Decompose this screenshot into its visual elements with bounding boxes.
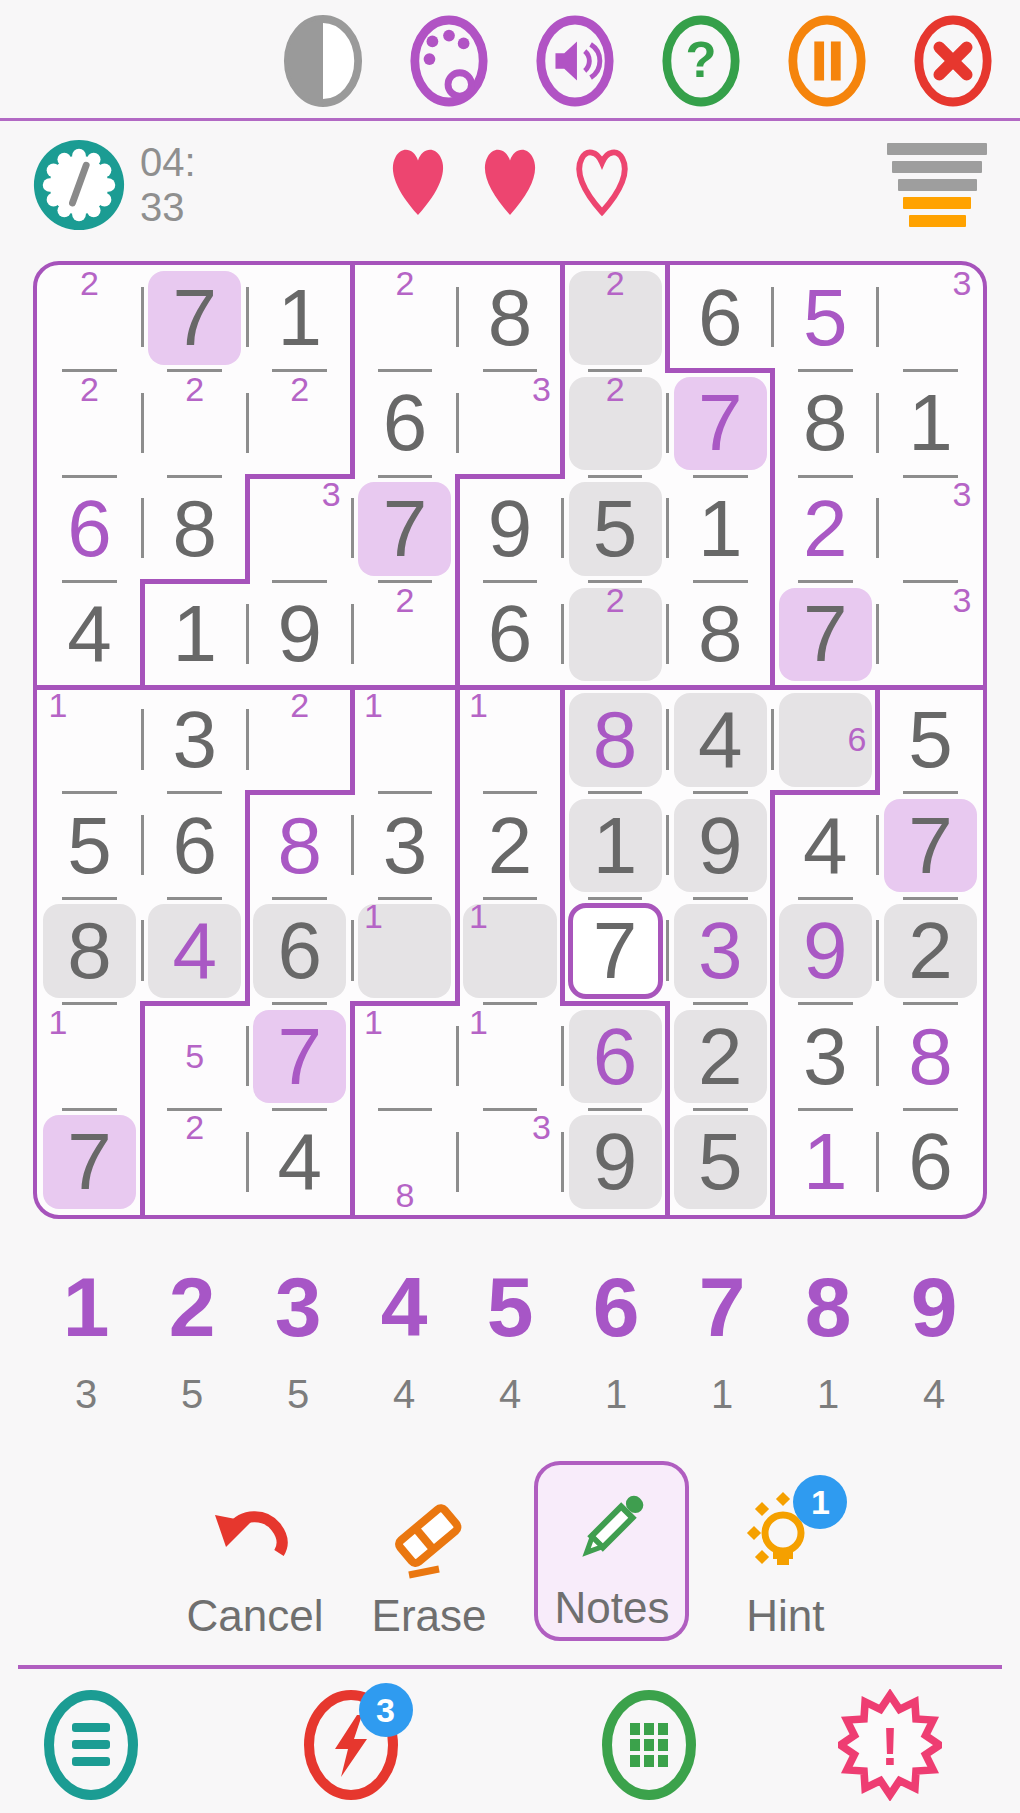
cell-r6c6[interactable]: 1 [563, 793, 668, 899]
region-border-right [875, 685, 880, 796]
status-bar: 04: 33 [0, 121, 1020, 247]
numpad-remaining-7: 1 [669, 1372, 775, 1417]
contrast-icon[interactable] [282, 13, 364, 109]
cell-r8c1[interactable]: 1 [37, 1004, 142, 1110]
numpad-remaining-4: 4 [351, 1372, 457, 1417]
svg-text:?: ? [685, 31, 716, 88]
toolbar: ? [0, 0, 1020, 118]
cell-r3c9[interactable]: 3 [878, 476, 983, 582]
cell-r6c7[interactable]: 9 [668, 793, 773, 899]
timer-seconds: 33 [140, 185, 196, 230]
grid-icon [597, 1689, 701, 1801]
cell-digit: 5 [773, 265, 878, 371]
cell-separator-right [456, 1026, 459, 1086]
cell-digit: 1 [878, 371, 983, 477]
region-border-right [350, 1001, 355, 1112]
cell-digit: 5 [563, 476, 668, 582]
cell-r9c5[interactable]: 3 [457, 1109, 562, 1215]
cell-note: 2 [598, 372, 632, 407]
cell-digit: 7 [142, 265, 247, 371]
region-border-bottom [140, 579, 250, 584]
cell-note: 3 [945, 477, 979, 512]
region-border-right [665, 1107, 670, 1218]
region-border-right [140, 1107, 145, 1218]
erase-button[interactable]: Erase [372, 1487, 487, 1641]
cell-r4c3[interactable]: 9 [247, 582, 352, 688]
cell-r9c8[interactable]: 1 [773, 1109, 878, 1215]
region-border-right [350, 685, 355, 796]
cell-r7c6[interactable]: 7 [563, 898, 668, 1004]
cell-digit: 3 [352, 793, 457, 899]
region-border-bottom [350, 685, 460, 690]
number-pad: 123456789 [33, 1259, 987, 1356]
cell-note: 3 [525, 372, 559, 407]
cell-r1c8[interactable]: 5 [773, 265, 878, 371]
region-border-bottom [350, 1001, 460, 1006]
cell-note: 2 [178, 1110, 212, 1145]
cell-r3c7[interactable]: 1 [668, 476, 773, 582]
cell-r1c4[interactable]: 2 [352, 265, 457, 371]
cell-r7c9[interactable]: 2 [878, 898, 983, 1004]
numpad-digit-5[interactable]: 5 [457, 1259, 563, 1356]
region-border-bottom [560, 1001, 670, 1006]
numpad-digit-8[interactable]: 8 [775, 1259, 881, 1356]
region-border-right [560, 368, 565, 479]
cell-digit: 3 [773, 1004, 878, 1110]
cell-digit: 8 [773, 371, 878, 477]
cell-separator-right [246, 393, 249, 453]
region-border-right [665, 263, 670, 374]
cell-note: 2 [283, 372, 317, 407]
region-border-right [455, 790, 460, 901]
palette-icon[interactable] [408, 13, 490, 109]
difficulty-bar-3 [898, 179, 977, 191]
cell-digit: 8 [563, 687, 668, 793]
cell-note: 8 [388, 1178, 422, 1213]
cell-r8c3[interactable]: 7 [247, 1004, 352, 1110]
cell-r5c1[interactable]: 1 [37, 687, 142, 793]
region-border-right [770, 368, 775, 479]
cell-r8c7[interactable]: 2 [668, 1004, 773, 1110]
region-border-bottom [770, 790, 880, 795]
cell-r1c7[interactable]: 6 [668, 265, 773, 371]
cell-digit: 7 [247, 1004, 352, 1110]
region-border-bottom [770, 685, 880, 690]
eraser-icon [381, 1487, 477, 1583]
cell-note: 3 [525, 1110, 559, 1145]
cell-note: 1 [462, 1005, 496, 1040]
timer-text: 04: 33 [140, 140, 196, 230]
cell-r7c8[interactable]: 9 [773, 898, 878, 1004]
cell-digit: 9 [773, 898, 878, 1004]
cell-digit: 8 [142, 476, 247, 582]
cell-r4c7[interactable]: 8 [668, 582, 773, 688]
cell-digit: 7 [668, 371, 773, 477]
notes-label: Notes [554, 1583, 669, 1633]
life-heart-filled [477, 137, 543, 223]
cell-note: 1 [41, 688, 75, 723]
cell-digit: 7 [563, 898, 668, 1004]
numpad-remaining-9: 4 [881, 1372, 987, 1417]
cell-r3c1[interactable]: 6 [37, 476, 142, 582]
region-border-right [770, 474, 775, 585]
cell-r1c2[interactable]: 7 [142, 265, 247, 371]
cell-r4c8[interactable]: 7 [773, 582, 878, 688]
numpad-remaining-3: 5 [245, 1372, 351, 1417]
region-border-bottom [560, 685, 670, 690]
cell-digit: 3 [668, 898, 773, 1004]
cell-r4c4[interactable]: 2 [352, 582, 457, 688]
cell-r6c1[interactable]: 5 [37, 793, 142, 899]
region-border-bottom [245, 474, 355, 479]
cell-digit: 6 [668, 265, 773, 371]
region-border-right [560, 263, 565, 374]
numpad-digit-4[interactable]: 4 [351, 1259, 457, 1356]
difficulty-bar-5 [909, 215, 966, 227]
cell-separator-bottom [378, 1108, 433, 1111]
new-grid-label: New Grid [553, 1809, 745, 1813]
cell-digit: 6 [563, 1004, 668, 1110]
region-border-right [350, 368, 355, 479]
cell-r2c3[interactable]: 2 [247, 371, 352, 477]
cell-r6c9[interactable]: 7 [878, 793, 983, 899]
cell-digit: 4 [37, 582, 142, 688]
difficulty-bar-2 [892, 161, 982, 173]
cell-digit: 5 [878, 687, 983, 793]
hint-label: Hint [746, 1591, 824, 1641]
cell-r4c6[interactable]: 2 [563, 582, 668, 688]
sudoku-board: 2712826532226327816837951234192628731321… [33, 261, 987, 1219]
region-border-bottom [455, 685, 565, 690]
cell-digit: 5 [37, 793, 142, 899]
region-border-right [665, 1001, 670, 1112]
life-heart-empty [569, 137, 635, 223]
cell-digit: 1 [142, 582, 247, 688]
sudoku-grid: 2712826532226327816837951234192628731321… [37, 265, 983, 1215]
close-icon[interactable] [912, 13, 994, 109]
cell-r5c9[interactable]: 5 [878, 687, 983, 793]
cell-r8c8[interactable]: 3 [773, 1004, 878, 1110]
cell-r3c3[interactable]: 3 [247, 476, 352, 582]
cell-r2c4[interactable]: 6 [352, 371, 457, 477]
region-border-right [770, 1001, 775, 1112]
region-border-right [455, 474, 460, 585]
undo-icon [207, 1487, 303, 1583]
numpad-remaining-8: 1 [775, 1372, 881, 1417]
cell-note: 2 [73, 372, 107, 407]
difficulty-bar-1 [887, 143, 987, 155]
region-border-right [770, 790, 775, 901]
numpad-digit-3[interactable]: 3 [245, 1259, 351, 1356]
cell-r8c5[interactable]: 1 [457, 1004, 562, 1110]
cell-note: 2 [73, 266, 107, 301]
cell-r2c7[interactable]: 7 [668, 371, 773, 477]
cell-r6c3[interactable]: 8 [247, 793, 352, 899]
cell-digit: 6 [352, 371, 457, 477]
cell-r4c2[interactable]: 1 [142, 582, 247, 688]
menu-label: Menu [33, 1809, 148, 1813]
region-border-right [245, 790, 250, 901]
numpad-digit-1[interactable]: 1 [33, 1259, 139, 1356]
cell-r2c9[interactable]: 1 [878, 371, 983, 477]
cancel-button[interactable]: Cancel [187, 1487, 324, 1641]
cell-note: 2 [598, 266, 632, 301]
cell-digit: 4 [247, 1109, 352, 1215]
cell-note: 1 [357, 899, 391, 934]
cell-digit: 9 [563, 1109, 668, 1215]
cell-digit: 7 [773, 582, 878, 688]
region-border-right [770, 579, 775, 690]
life-heart-filled [385, 137, 451, 223]
region-border-bottom [35, 685, 145, 690]
cell-r5c7[interactable]: 4 [668, 687, 773, 793]
cell-digit: 6 [878, 1109, 983, 1215]
numpad-digit-6[interactable]: 6 [563, 1259, 669, 1356]
cell-r7c1[interactable]: 8 [37, 898, 142, 1004]
difficulty-indicator [884, 143, 990, 227]
new-challenge-button[interactable]: 3 New Challenge [195, 1689, 507, 1813]
cell-r3c6[interactable]: 5 [563, 476, 668, 582]
cell-note: 6 [840, 723, 874, 758]
region-border-right [560, 896, 565, 1007]
cell-digit: 7 [878, 793, 983, 899]
premium-starburst-icon: ! [838, 1689, 942, 1801]
cell-r6c5[interactable]: 2 [457, 793, 562, 899]
cell-digit: 7 [37, 1109, 142, 1215]
cell-digit: 2 [878, 898, 983, 1004]
menu-button[interactable]: Menu [33, 1689, 148, 1813]
cell-note: 1 [357, 1005, 391, 1040]
number-pad-counts: 355441114 [33, 1372, 987, 1417]
cell-digit: 2 [457, 793, 562, 899]
premium-button[interactable]: ! Premium [791, 1689, 988, 1813]
cell-note: 3 [314, 477, 348, 512]
cell-digit: 2 [773, 476, 878, 582]
region-border-bottom [665, 685, 775, 690]
cell-note: 2 [388, 266, 422, 301]
cell-r9c7[interactable]: 5 [668, 1109, 773, 1215]
cell-r4c1[interactable]: 4 [37, 582, 142, 688]
cell-r5c3[interactable]: 2 [247, 687, 352, 793]
cell-r2c5[interactable]: 3 [457, 371, 562, 477]
cell-r6c4[interactable]: 3 [352, 793, 457, 899]
cell-r3c2[interactable]: 8 [142, 476, 247, 582]
cell-r5c5[interactable]: 1 [457, 687, 562, 793]
cell-r8c9[interactable]: 8 [878, 1004, 983, 1110]
bottom-nav: Menu 3 New Challenge New Grid [0, 1669, 1020, 1813]
cell-r2c6[interactable]: 2 [563, 371, 668, 477]
cell-note: 3 [945, 266, 979, 301]
cell-digit: 9 [247, 582, 352, 688]
cell-r1c5[interactable]: 8 [457, 265, 562, 371]
new-challenge-label: New Challenge [195, 1809, 507, 1813]
cell-r5c6[interactable]: 8 [563, 687, 668, 793]
cell-digit: 8 [457, 265, 562, 371]
region-border-bottom [140, 685, 250, 690]
numpad-remaining-2: 5 [139, 1372, 245, 1417]
cell-r4c5[interactable]: 6 [457, 582, 562, 688]
cell-r1c1[interactable]: 2 [37, 265, 142, 371]
region-border-right [245, 474, 250, 585]
region-border-right [560, 790, 565, 901]
cell-digit: 3 [142, 687, 247, 793]
cell-r9c1[interactable]: 7 [37, 1109, 142, 1215]
cell-r6c8[interactable]: 4 [773, 793, 878, 899]
cell-digit: 4 [773, 793, 878, 899]
svg-text:!: ! [881, 1716, 899, 1776]
cell-r7c7[interactable]: 3 [668, 898, 773, 1004]
cell-digit: 6 [142, 793, 247, 899]
cell-note: 1 [462, 899, 496, 934]
cell-r9c3[interactable]: 4 [247, 1109, 352, 1215]
cell-r5c8[interactable]: 6 [773, 687, 878, 793]
cell-r4c9[interactable]: 3 [878, 582, 983, 688]
cell-r7c2[interactable]: 4 [142, 898, 247, 1004]
timer-clock-icon [30, 136, 128, 234]
region-border-bottom [245, 685, 355, 690]
cell-digit: 9 [457, 476, 562, 582]
cell-note: 2 [283, 688, 317, 723]
cell-digit: 1 [773, 1109, 878, 1215]
cell-note: 1 [462, 688, 496, 723]
difficulty-bar-4 [903, 197, 971, 209]
cell-r1c6[interactable]: 2 [563, 265, 668, 371]
cell-r9c6[interactable]: 9 [563, 1109, 668, 1215]
cell-note: 2 [598, 583, 632, 618]
cell-separator-right [456, 1132, 459, 1192]
region-border-bottom [245, 790, 355, 795]
premium-label: Premium [791, 1809, 988, 1813]
region-border-right [560, 685, 565, 796]
cell-digit: 7 [352, 476, 457, 582]
new-grid-button[interactable]: New Grid [553, 1689, 745, 1813]
lives-hearts [385, 137, 635, 223]
notes-button[interactable]: Notes [534, 1461, 689, 1641]
numpad-digit-9[interactable]: 9 [881, 1259, 987, 1356]
cell-note: 3 [945, 583, 979, 618]
region-border-right [455, 579, 460, 690]
timer-minutes: 04: [140, 140, 196, 185]
cell-digit: 4 [142, 898, 247, 1004]
cell-digit: 8 [668, 582, 773, 688]
cell-digit: 1 [563, 793, 668, 899]
cell-note: 1 [41, 1005, 75, 1040]
region-border-bottom [875, 685, 985, 690]
cell-r7c3[interactable]: 6 [247, 898, 352, 1004]
cell-digit: 8 [37, 898, 142, 1004]
cell-note: 2 [178, 372, 212, 407]
numpad-digit-2[interactable]: 2 [139, 1259, 245, 1356]
cell-digit: 8 [878, 1004, 983, 1110]
region-border-right [350, 263, 355, 374]
sound-icon[interactable] [534, 13, 616, 109]
region-border-right [770, 896, 775, 1007]
region-border-bottom [665, 368, 775, 373]
cell-separator-right [141, 393, 144, 453]
numpad-remaining-5: 4 [457, 1372, 563, 1417]
cell-note: 2 [388, 583, 422, 618]
help-icon[interactable]: ? [660, 13, 742, 109]
cell-r1c3[interactable]: 1 [247, 265, 352, 371]
cell-note: 1 [357, 688, 391, 723]
region-border-right [140, 579, 145, 690]
cell-digit: 8 [247, 793, 352, 899]
region-border-right [455, 896, 460, 1007]
region-border-right [245, 896, 250, 1007]
region-border-right [350, 1107, 355, 1218]
pause-icon[interactable] [786, 13, 868, 109]
cell-r7c5[interactable]: 1 [457, 898, 562, 1004]
cell-r2c8[interactable]: 8 [773, 371, 878, 477]
cell-digit: 6 [247, 898, 352, 1004]
cell-digit: 6 [37, 476, 142, 582]
cell-digit: 5 [668, 1109, 773, 1215]
pencil-icon [564, 1479, 660, 1575]
cell-r8c6[interactable]: 6 [563, 1004, 668, 1110]
cell-r9c2[interactable]: 2 [142, 1109, 247, 1215]
cell-r5c2[interactable]: 3 [142, 687, 247, 793]
cell-r2c2[interactable]: 2 [142, 371, 247, 477]
cell-r2c1[interactable]: 2 [37, 371, 142, 477]
cell-r8c2[interactable]: 5 [142, 1004, 247, 1110]
cell-r7c4[interactable]: 1 [352, 898, 457, 1004]
cell-digit: 2 [668, 1004, 773, 1110]
region-border-right [140, 1001, 145, 1112]
cell-r5c4[interactable]: 1 [352, 687, 457, 793]
cell-digit: 9 [668, 793, 773, 899]
cell-r8c4[interactable]: 1 [352, 1004, 457, 1110]
cell-r9c4[interactable]: 8 [352, 1109, 457, 1215]
cell-r3c8[interactable]: 2 [773, 476, 878, 582]
numpad-remaining-1: 3 [33, 1372, 139, 1417]
cell-digit: 1 [247, 265, 352, 371]
numpad-remaining-6: 1 [563, 1372, 669, 1417]
region-border-right [770, 1107, 775, 1218]
region-border-bottom [455, 474, 565, 479]
cell-r3c4[interactable]: 7 [352, 476, 457, 582]
hint-button[interactable]: 1 Hint [737, 1487, 833, 1641]
menu-icon [39, 1689, 143, 1801]
hint-bulb-icon: 1 [737, 1487, 833, 1583]
cell-r9c9[interactable]: 6 [878, 1109, 983, 1215]
cell-note: 5 [178, 1039, 212, 1074]
cancel-label: Cancel [187, 1591, 324, 1641]
action-bar: Cancel Erase Notes [0, 1453, 1020, 1641]
region-border-bottom [140, 1001, 250, 1006]
cell-digit: 6 [457, 582, 562, 688]
erase-label: Erase [372, 1591, 487, 1641]
cell-r6c2[interactable]: 6 [142, 793, 247, 899]
region-border-right [455, 685, 460, 796]
new-challenge-badge: 3 [359, 1683, 413, 1737]
cell-r3c5[interactable]: 9 [457, 476, 562, 582]
numpad-digit-7[interactable]: 7 [669, 1259, 775, 1356]
cell-r1c9[interactable]: 3 [878, 265, 983, 371]
cell-digit: 4 [668, 687, 773, 793]
challenge-bolt-icon: 3 [299, 1689, 403, 1801]
cell-digit: 1 [668, 476, 773, 582]
hint-badge: 1 [793, 1475, 847, 1529]
